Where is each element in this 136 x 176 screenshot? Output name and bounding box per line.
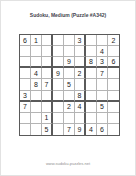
sudoku-board: 6132498364927875387245157946: [19, 34, 120, 136]
cell-r3c5-given: 9: [64, 57, 75, 68]
cell-r5c6-empty[interactable]: [75, 79, 86, 90]
cell-r1c7-empty[interactable]: [86, 35, 97, 46]
cell-r9c7-given: 4: [86, 124, 97, 135]
cell-r9c9-empty[interactable]: [108, 124, 119, 135]
cell-r7c4-empty[interactable]: [53, 102, 64, 113]
cell-r3c9-given: 6: [108, 57, 119, 68]
cell-r5c7-empty[interactable]: [86, 79, 97, 90]
cell-r9c4-empty[interactable]: [53, 124, 64, 135]
cell-r9c2-empty[interactable]: [31, 124, 42, 135]
cell-r4c6-given: 2: [75, 68, 86, 79]
cell-r2c6-empty[interactable]: [75, 46, 86, 57]
cell-r5c8-empty[interactable]: [97, 79, 108, 90]
cell-r7c2-empty[interactable]: [31, 102, 42, 113]
cell-r5c2-given: 8: [31, 79, 42, 90]
cell-r7c3-empty[interactable]: [42, 102, 53, 113]
cell-r5c4-empty[interactable]: [53, 79, 64, 90]
cell-r5c5-given: 5: [64, 79, 75, 90]
cell-r9c6-given: 9: [75, 124, 86, 135]
cell-r4c3-empty[interactable]: [42, 68, 53, 79]
cell-r5c9-empty[interactable]: [108, 79, 119, 90]
cell-r8c8-empty[interactable]: [97, 113, 108, 124]
cell-r6c1-given: 3: [20, 91, 31, 102]
cell-r4c1-empty[interactable]: [20, 68, 31, 79]
cell-r5c1-empty[interactable]: [20, 79, 31, 90]
cell-r1c6-given: 3: [75, 35, 86, 46]
cell-r1c8-empty[interactable]: [97, 35, 108, 46]
cell-r6c9-empty[interactable]: [108, 91, 119, 102]
cell-r8c7-empty[interactable]: [86, 113, 97, 124]
cell-r2c1-empty[interactable]: [20, 46, 31, 57]
cell-r7c7-empty[interactable]: [86, 102, 97, 113]
cell-r8c3-given: 1: [42, 113, 53, 124]
cell-r4c8-given: 7: [97, 68, 108, 79]
cell-r3c4-empty[interactable]: [53, 57, 64, 68]
footer-url: www.sudoku-puzzles.net: [1, 161, 135, 166]
cell-r2c4-empty[interactable]: [53, 46, 64, 57]
cell-r5c3-given: 7: [42, 79, 53, 90]
cell-r3c2-empty[interactable]: [31, 57, 42, 68]
cell-r3c6-empty[interactable]: [75, 57, 86, 68]
cell-r9c1-empty[interactable]: [20, 124, 31, 135]
cell-r2c3-empty[interactable]: [42, 46, 53, 57]
cell-r6c5-empty[interactable]: [64, 91, 75, 102]
cell-r1c9-given: 2: [108, 35, 119, 46]
cell-r8c9-empty[interactable]: [108, 113, 119, 124]
cell-r6c4-empty[interactable]: [53, 91, 64, 102]
cell-r3c8-given: 3: [97, 57, 108, 68]
cell-r2c7-empty[interactable]: [86, 46, 97, 57]
cell-r7c1-given: 7: [20, 102, 31, 113]
cell-r9c8-given: 6: [97, 124, 108, 135]
cell-r2c9-empty[interactable]: [108, 46, 119, 57]
cell-r6c7-empty[interactable]: [86, 91, 97, 102]
cell-r8c2-empty[interactable]: [31, 113, 42, 124]
cell-r2c5-empty[interactable]: [64, 46, 75, 57]
cell-r4c4-given: 9: [53, 68, 64, 79]
cell-r3c1-empty[interactable]: [20, 57, 31, 68]
cell-r6c2-empty[interactable]: [31, 91, 42, 102]
cell-r2c8-given: 4: [97, 46, 108, 57]
cell-r4c9-empty[interactable]: [108, 68, 119, 79]
cell-r4c7-empty[interactable]: [86, 68, 97, 79]
cell-r1c1-given: 6: [20, 35, 31, 46]
cell-r4c5-empty[interactable]: [64, 68, 75, 79]
cell-r7c9-empty[interactable]: [108, 102, 119, 113]
cell-r8c1-empty[interactable]: [20, 113, 31, 124]
cell-r1c5-empty[interactable]: [64, 35, 75, 46]
cell-r6c6-given: 8: [75, 91, 86, 102]
cell-r8c6-empty[interactable]: [75, 113, 86, 124]
sudoku-page: Sudoku, Medium (Puzzle #A342) 6132498364…: [0, 0, 136, 176]
cell-r7c6-given: 4: [75, 102, 86, 113]
cell-r2c2-empty[interactable]: [31, 46, 42, 57]
cell-r6c8-empty[interactable]: [97, 91, 108, 102]
cell-r7c5-given: 2: [64, 102, 75, 113]
cell-r1c4-empty[interactable]: [53, 35, 64, 46]
cell-r7c8-given: 5: [97, 102, 108, 113]
cell-r4c2-given: 4: [31, 68, 42, 79]
cell-r8c5-empty[interactable]: [64, 113, 75, 124]
cell-r1c3-empty[interactable]: [42, 35, 53, 46]
cell-r6c3-empty[interactable]: [42, 91, 53, 102]
cell-r9c5-given: 7: [64, 124, 75, 135]
cell-r3c7-given: 8: [86, 57, 97, 68]
cell-r1c2-given: 1: [31, 35, 42, 46]
cell-r9c3-given: 5: [42, 124, 53, 135]
cell-r8c4-empty[interactable]: [53, 113, 64, 124]
cell-r3c3-empty[interactable]: [42, 57, 53, 68]
page-title: Sudoku, Medium (Puzzle #A342): [1, 12, 135, 18]
